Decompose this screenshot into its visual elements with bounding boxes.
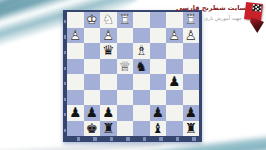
square[interactable]: ♜ (100, 121, 117, 137)
white-pawn-piece: ♟♙ (166, 28, 183, 44)
square[interactable] (67, 12, 84, 28)
square[interactable] (183, 43, 200, 59)
square[interactable] (183, 90, 200, 106)
square[interactable] (150, 12, 167, 28)
glyph-outline: ♙ (67, 28, 84, 44)
glyph-outline: ♔ (84, 12, 101, 28)
glyph-outline: ♖ (183, 12, 200, 28)
white-pawn-piece: ♟♙ (183, 28, 200, 44)
square[interactable] (84, 28, 101, 44)
square[interactable]: ♟ (166, 74, 183, 90)
square[interactable] (166, 90, 183, 106)
square[interactable]: ♜♖ (183, 12, 200, 28)
black-king-piece: ♚ (84, 121, 101, 137)
black-pawn-piece: ♟ (150, 105, 167, 121)
black-pawn-piece: ♟ (67, 105, 84, 121)
black-pawn-piece: ♟ (183, 105, 200, 121)
glyph-solid: ♟ (100, 105, 117, 121)
square[interactable]: ♟♙ (183, 28, 200, 44)
chess-flag-logo (245, 2, 266, 35)
chess-board-grid: ♚♔♞♘♜♖♜♖♟♙♟♙♟♙♟♙♛♝♗♛♕♞♟♟♟♟♟♟♚♜♝♜ (67, 12, 199, 136)
black-bishop-piece: ♝ (150, 121, 167, 137)
square[interactable] (100, 74, 117, 90)
file-labels (71, 137, 203, 141)
white-rook-piece: ♜♖ (117, 12, 134, 28)
square[interactable]: ♛ (100, 43, 117, 59)
glyph-solid: ♟ (166, 74, 183, 90)
thumbnail-canvas: ♚♔♞♘♜♖♜♖♟♙♟♙♟♙♟♙♛♝♗♛♕♞♟♟♟♟♟♟♚♜♝♜ سایت شط… (0, 0, 266, 150)
glyph-solid: ♟ (150, 105, 167, 121)
square[interactable] (183, 59, 200, 75)
square[interactable] (67, 59, 84, 75)
white-knight-piece: ♞♘ (100, 12, 117, 28)
white-rook-piece: ♜♖ (183, 12, 200, 28)
glyph-outline: ♙ (183, 28, 200, 44)
square[interactable] (150, 59, 167, 75)
square[interactable]: ♝ (150, 121, 167, 137)
glyph-outline: ♙ (166, 28, 183, 44)
square[interactable] (133, 105, 150, 121)
site-subtitle: جهت آموزش بازی (200, 15, 246, 22)
white-king-piece: ♚♔ (84, 12, 101, 28)
square[interactable] (84, 43, 101, 59)
square[interactable]: ♞ (133, 59, 150, 75)
glyph-solid: ♞ (133, 59, 150, 75)
square[interactable] (67, 90, 84, 106)
glyph-solid: ♟ (67, 105, 84, 121)
square[interactable] (100, 90, 117, 106)
chess-board: ♚♔♞♘♜♖♜♖♟♙♟♙♟♙♟♙♛♝♗♛♕♞♟♟♟♟♟♟♚♜♝♜ (63, 10, 202, 142)
square[interactable] (117, 74, 134, 90)
white-bishop-piece: ♝♗ (133, 43, 150, 59)
square[interactable]: ♟ (150, 105, 167, 121)
glyph-solid: ♛ (100, 43, 117, 59)
glyph-solid: ♝ (150, 121, 167, 137)
square[interactable] (84, 74, 101, 90)
square[interactable]: ♟ (183, 105, 200, 121)
square[interactable]: ♜♖ (117, 12, 134, 28)
square[interactable] (67, 74, 84, 90)
rank-labels (64, 14, 66, 138)
square[interactable] (100, 59, 117, 75)
square[interactable] (150, 90, 167, 106)
square[interactable]: ♚ (84, 121, 101, 137)
white-queen-piece: ♛♕ (117, 59, 134, 75)
glyph-outline: ♕ (117, 59, 134, 75)
square[interactable] (67, 43, 84, 59)
glyph-outline: ♗ (133, 43, 150, 59)
glyph-solid: ♜ (183, 121, 200, 137)
square[interactable]: ♟ (84, 105, 101, 121)
black-queen-piece: ♛ (100, 43, 117, 59)
square[interactable]: ♟♙ (100, 28, 117, 44)
square[interactable] (117, 28, 134, 44)
square[interactable]: ♟ (100, 105, 117, 121)
black-pawn-piece: ♟ (100, 105, 117, 121)
square[interactable] (166, 59, 183, 75)
square[interactable] (150, 43, 167, 59)
square[interactable]: ♜ (183, 121, 200, 137)
glyph-solid: ♟ (84, 105, 101, 121)
square[interactable] (117, 105, 134, 121)
square[interactable]: ♝♗ (133, 43, 150, 59)
square[interactable] (133, 121, 150, 137)
white-pawn-piece: ♟♙ (67, 28, 84, 44)
square[interactable] (133, 12, 150, 28)
square[interactable]: ♞♘ (100, 12, 117, 28)
square[interactable] (150, 28, 167, 44)
square[interactable]: ♟ (67, 105, 84, 121)
square[interactable] (84, 90, 101, 106)
glyph-outline: ♙ (100, 28, 117, 44)
square[interactable] (84, 59, 101, 75)
black-rook-piece: ♜ (183, 121, 200, 137)
checkerboard-icon (252, 4, 262, 12)
square[interactable] (117, 90, 134, 106)
square[interactable]: ♟♙ (67, 28, 84, 44)
glyph-solid: ♚ (84, 121, 101, 137)
square[interactable] (133, 74, 150, 90)
glyph-outline: ♘ (100, 12, 117, 28)
square[interactable]: ♛♕ (117, 59, 134, 75)
square[interactable] (166, 12, 183, 28)
glyph-solid: ♜ (100, 121, 117, 137)
square[interactable] (117, 121, 134, 137)
site-caption: سایت شطرنج فارسی جهت آموزش بازی (200, 4, 246, 22)
square[interactable] (150, 74, 167, 90)
site-title: سایت شطرنج فارسی (200, 4, 246, 12)
glyph-outline: ♖ (117, 12, 134, 28)
black-pawn-piece: ♟ (166, 74, 183, 90)
glyph-solid: ♟ (183, 105, 200, 121)
square[interactable] (133, 90, 150, 106)
square[interactable]: ♟♙ (166, 28, 183, 44)
square[interactable] (166, 105, 183, 121)
white-pawn-piece: ♟♙ (100, 28, 117, 44)
square[interactable] (166, 121, 183, 137)
black-knight-piece: ♞ (133, 59, 150, 75)
square[interactable] (133, 28, 150, 44)
square[interactable]: ♚♔ (84, 12, 101, 28)
black-rook-piece: ♜ (100, 121, 117, 137)
square[interactable] (67, 121, 84, 137)
square[interactable] (166, 43, 183, 59)
black-pawn-piece: ♟ (84, 105, 101, 121)
square[interactable] (183, 74, 200, 90)
flag-ribbon-tail (250, 17, 264, 33)
square[interactable] (117, 43, 134, 59)
